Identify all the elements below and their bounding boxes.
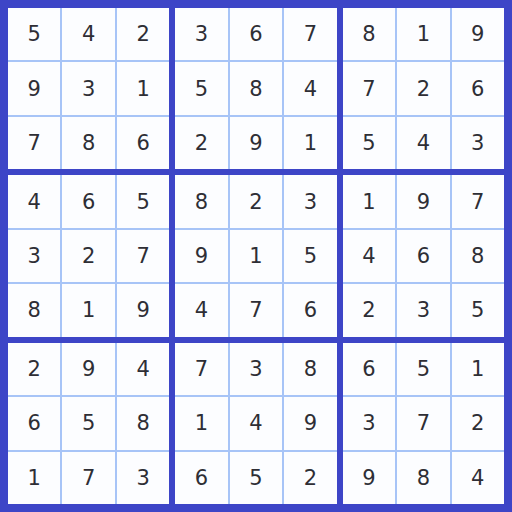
sudoku-cell-r3c1[interactable]: 7 (8, 117, 60, 169)
sudoku-cell-r9c4[interactable]: 6 (175, 452, 227, 504)
sudoku-cell-r8c8[interactable]: 7 (397, 397, 449, 449)
sudoku-cell-r1c1[interactable]: 5 (8, 8, 60, 60)
sudoku-cell-r4c4[interactable]: 8 (175, 175, 227, 227)
sudoku-cell-r1c7[interactable]: 8 (343, 8, 395, 60)
sudoku-cell-r3c2[interactable]: 8 (62, 117, 114, 169)
sudoku-cell-r3c4[interactable]: 2 (175, 117, 227, 169)
sudoku-cell-r2c5[interactable]: 8 (230, 62, 282, 114)
sudoku-cell-r8c7[interactable]: 3 (343, 397, 395, 449)
sudoku-cell-r2c6[interactable]: 4 (284, 62, 336, 114)
sudoku-cell-r2c3[interactable]: 1 (117, 62, 169, 114)
sudoku-cell-r4c1[interactable]: 4 (8, 175, 60, 227)
sudoku-cell-r5c6[interactable]: 5 (284, 230, 336, 282)
sudoku-cell-r6c6[interactable]: 6 (284, 284, 336, 336)
sudoku-cell-r6c8[interactable]: 3 (397, 284, 449, 336)
sudoku-cell-r6c9[interactable]: 5 (452, 284, 504, 336)
sudoku-box-2-2: 651372984 (343, 343, 504, 504)
sudoku-cell-r3c3[interactable]: 6 (117, 117, 169, 169)
sudoku-cell-r2c4[interactable]: 5 (175, 62, 227, 114)
sudoku-cell-r9c9[interactable]: 4 (452, 452, 504, 504)
sudoku-cell-r8c6[interactable]: 9 (284, 397, 336, 449)
sudoku-cell-r7c1[interactable]: 2 (8, 343, 60, 395)
sudoku-cell-r7c7[interactable]: 6 (343, 343, 395, 395)
sudoku-cell-r9c6[interactable]: 2 (284, 452, 336, 504)
sudoku-cell-r7c4[interactable]: 7 (175, 343, 227, 395)
sudoku-cell-r1c2[interactable]: 4 (62, 8, 114, 60)
sudoku-cell-r2c9[interactable]: 6 (452, 62, 504, 114)
sudoku-cell-r5c3[interactable]: 7 (117, 230, 169, 282)
sudoku-cell-r5c4[interactable]: 9 (175, 230, 227, 282)
sudoku-cell-r4c9[interactable]: 7 (452, 175, 504, 227)
sudoku-cell-r6c3[interactable]: 9 (117, 284, 169, 336)
sudoku-cell-r8c9[interactable]: 2 (452, 397, 504, 449)
sudoku-cell-r5c5[interactable]: 1 (230, 230, 282, 282)
sudoku-box-2-0: 294658173 (8, 343, 169, 504)
sudoku-cell-r8c3[interactable]: 8 (117, 397, 169, 449)
sudoku-cell-r5c7[interactable]: 4 (343, 230, 395, 282)
sudoku-cell-r4c5[interactable]: 2 (230, 175, 282, 227)
sudoku-cell-r9c2[interactable]: 7 (62, 452, 114, 504)
sudoku-cell-r9c5[interactable]: 5 (230, 452, 282, 504)
sudoku-cell-r9c1[interactable]: 1 (8, 452, 60, 504)
sudoku-cell-r9c8[interactable]: 8 (397, 452, 449, 504)
sudoku-box-0-0: 542931786 (8, 8, 169, 169)
sudoku-cell-r8c1[interactable]: 6 (8, 397, 60, 449)
sudoku-box-1-1: 823915476 (175, 175, 336, 336)
sudoku-cell-r6c1[interactable]: 8 (8, 284, 60, 336)
sudoku-cell-r1c9[interactable]: 9 (452, 8, 504, 60)
sudoku-cell-r5c8[interactable]: 6 (397, 230, 449, 282)
sudoku-cell-r1c3[interactable]: 2 (117, 8, 169, 60)
sudoku-cell-r7c2[interactable]: 9 (62, 343, 114, 395)
sudoku-cell-r4c3[interactable]: 5 (117, 175, 169, 227)
sudoku-cell-r8c4[interactable]: 1 (175, 397, 227, 449)
sudoku-cell-r6c7[interactable]: 2 (343, 284, 395, 336)
sudoku-cell-r2c7[interactable]: 7 (343, 62, 395, 114)
sudoku-cell-r1c5[interactable]: 6 (230, 8, 282, 60)
sudoku-cell-r5c2[interactable]: 2 (62, 230, 114, 282)
sudoku-cell-r4c2[interactable]: 6 (62, 175, 114, 227)
sudoku-cell-r3c9[interactable]: 3 (452, 117, 504, 169)
sudoku-cell-r1c6[interactable]: 7 (284, 8, 336, 60)
sudoku-cell-r6c5[interactable]: 7 (230, 284, 282, 336)
sudoku-cell-r5c1[interactable]: 3 (8, 230, 60, 282)
sudoku-cell-r1c4[interactable]: 3 (175, 8, 227, 60)
sudoku-cell-r9c3[interactable]: 3 (117, 452, 169, 504)
sudoku-cell-r7c9[interactable]: 1 (452, 343, 504, 395)
sudoku-cell-r3c5[interactable]: 9 (230, 117, 282, 169)
sudoku-box-0-2: 819726543 (343, 8, 504, 169)
sudoku-cell-r8c5[interactable]: 4 (230, 397, 282, 449)
sudoku-cell-r3c7[interactable]: 5 (343, 117, 395, 169)
sudoku-board: 5429317863675842918197265434653278198239… (0, 0, 512, 512)
sudoku-cell-r5c9[interactable]: 8 (452, 230, 504, 282)
sudoku-cell-r1c8[interactable]: 1 (397, 8, 449, 60)
sudoku-box-1-2: 197468235 (343, 175, 504, 336)
sudoku-cell-r7c6[interactable]: 8 (284, 343, 336, 395)
sudoku-cell-r9c7[interactable]: 9 (343, 452, 395, 504)
sudoku-cell-r2c8[interactable]: 2 (397, 62, 449, 114)
sudoku-cell-r4c6[interactable]: 3 (284, 175, 336, 227)
sudoku-cell-r2c1[interactable]: 9 (8, 62, 60, 114)
sudoku-cell-r7c5[interactable]: 3 (230, 343, 282, 395)
sudoku-cell-r7c8[interactable]: 5 (397, 343, 449, 395)
sudoku-cell-r2c2[interactable]: 3 (62, 62, 114, 114)
sudoku-cell-r4c8[interactable]: 9 (397, 175, 449, 227)
sudoku-cell-r6c4[interactable]: 4 (175, 284, 227, 336)
sudoku-cell-r3c8[interactable]: 4 (397, 117, 449, 169)
sudoku-box-1-0: 465327819 (8, 175, 169, 336)
sudoku-box-0-1: 367584291 (175, 8, 336, 169)
sudoku-cell-r4c7[interactable]: 1 (343, 175, 395, 227)
sudoku-cell-r6c2[interactable]: 1 (62, 284, 114, 336)
sudoku-box-2-1: 738149652 (175, 343, 336, 504)
sudoku-cell-r3c6[interactable]: 1 (284, 117, 336, 169)
sudoku-cell-r8c2[interactable]: 5 (62, 397, 114, 449)
sudoku-cell-r7c3[interactable]: 4 (117, 343, 169, 395)
